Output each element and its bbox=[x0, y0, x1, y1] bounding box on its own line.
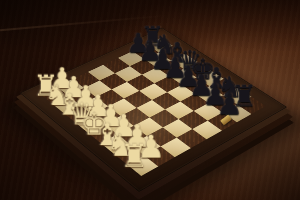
square-f5[interactable] bbox=[165, 101, 194, 119]
board-3d: ♜♞♝♛♚♝♞♜♟♟♟♟♟♟♟♟♟♟♟♟♟♟♟♟♜♞♝♛♚♝♞♜ bbox=[20, 28, 288, 193]
square-e4[interactable] bbox=[137, 100, 166, 118]
piece-white-rook[interactable]: ♜ bbox=[118, 138, 151, 171]
chess-photo-scene: ♜♞♝♛♚♝♞♜♟♟♟♟♟♟♟♟♟♟♟♟♟♟♟♟♜♞♝♛♚♝♞♜ bbox=[0, 0, 300, 200]
square-f4[interactable] bbox=[150, 109, 179, 127]
square-h5[interactable] bbox=[192, 121, 222, 140]
perspective-stage: ♜♞♝♛♚♝♞♜♟♟♟♟♟♟♟♟♟♟♟♟♟♟♟♟♜♞♝♛♚♝♞♜ bbox=[0, 0, 300, 200]
square-g5[interactable] bbox=[178, 111, 207, 129]
square-h4[interactable] bbox=[177, 129, 207, 148]
piece-black-pawn[interactable]: ♟ bbox=[214, 88, 245, 119]
